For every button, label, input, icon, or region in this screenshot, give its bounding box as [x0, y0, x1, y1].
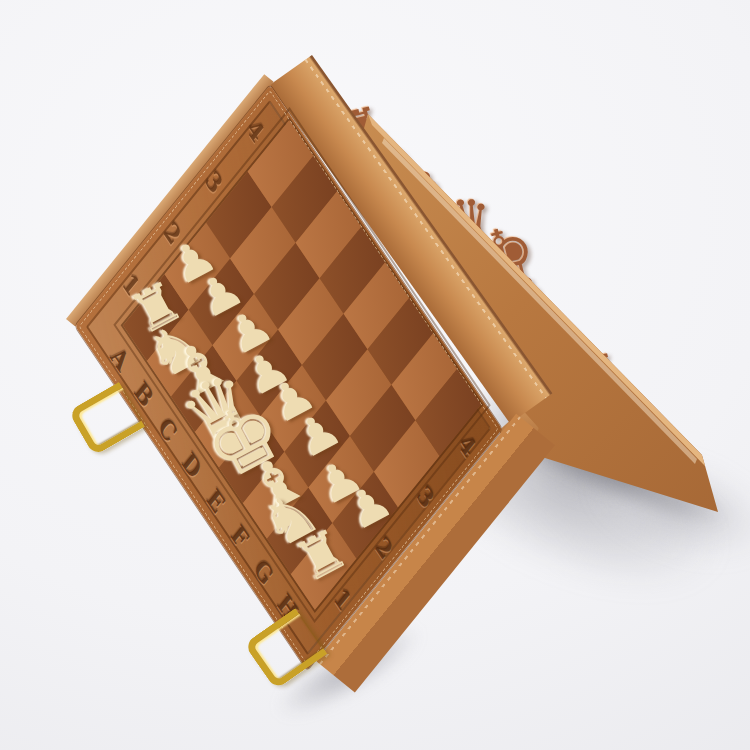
product-photo-scene: ♜♞♝♛♚♝♞♜ ♟♟♟♟♟♟♟♟ A B C D E F G H 1 2 3 … — [0, 0, 750, 750]
